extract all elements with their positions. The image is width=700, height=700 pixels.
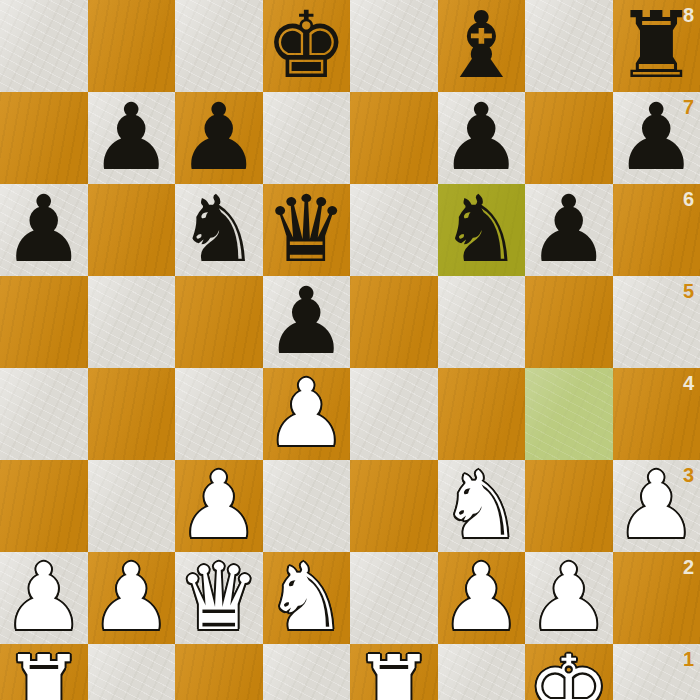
chess-board: ♚♝♜8♟♟♟♟7♟♞♛♞♟6♟5♟4♟♞♟3♟♟♛♞♟♟2♜abcd♜ef♚g… (0, 0, 700, 700)
rank-label-8: 8 (683, 5, 694, 25)
square-c3[interactable]: ♟ (175, 460, 263, 552)
square-e7[interactable] (350, 92, 438, 184)
white-pawn[interactable]: ♟ (528, 552, 610, 644)
square-f8[interactable]: ♝ (438, 0, 526, 92)
square-d2[interactable]: ♞ (263, 552, 351, 644)
square-d6[interactable]: ♛ (263, 184, 351, 276)
square-g3[interactable] (525, 460, 613, 552)
square-g2[interactable]: ♟ (525, 552, 613, 644)
square-e5[interactable] (350, 276, 438, 368)
square-h4[interactable]: 4 (613, 368, 700, 460)
black-pawn[interactable]: ♟ (3, 184, 85, 276)
white-pawn[interactable]: ♟ (3, 552, 85, 644)
square-a8[interactable] (0, 0, 88, 92)
black-pawn[interactable]: ♟ (90, 92, 172, 184)
square-h1[interactable]: h1 (613, 644, 700, 700)
square-e8[interactable] (350, 0, 438, 92)
square-h5[interactable]: 5 (613, 276, 700, 368)
white-rook[interactable]: ♜ (3, 644, 85, 700)
square-g5[interactable] (525, 276, 613, 368)
square-e3[interactable] (350, 460, 438, 552)
square-d8[interactable]: ♚ (263, 0, 351, 92)
square-b8[interactable] (88, 0, 176, 92)
square-h3[interactable]: ♟3 (613, 460, 700, 552)
square-g8[interactable] (525, 0, 613, 92)
square-d5[interactable]: ♟ (263, 276, 351, 368)
black-pawn[interactable]: ♟ (265, 276, 347, 368)
square-b5[interactable] (88, 276, 176, 368)
square-h6[interactable]: 6 (613, 184, 700, 276)
square-g7[interactable] (525, 92, 613, 184)
rank-label-3: 3 (683, 465, 694, 485)
square-a4[interactable] (0, 368, 88, 460)
white-pawn[interactable]: ♟ (90, 552, 172, 644)
black-pawn[interactable]: ♟ (528, 184, 610, 276)
square-c2[interactable]: ♛ (175, 552, 263, 644)
square-a6[interactable]: ♟ (0, 184, 88, 276)
square-d1[interactable]: d (263, 644, 351, 700)
square-b1[interactable]: b (88, 644, 176, 700)
square-g6[interactable]: ♟ (525, 184, 613, 276)
square-h7[interactable]: ♟7 (613, 92, 700, 184)
square-c8[interactable] (175, 0, 263, 92)
square-e2[interactable] (350, 552, 438, 644)
square-g4[interactable] (525, 368, 613, 460)
black-bishop[interactable]: ♝ (440, 0, 522, 92)
square-c5[interactable] (175, 276, 263, 368)
square-e6[interactable] (350, 184, 438, 276)
white-knight[interactable]: ♞ (440, 460, 522, 552)
black-pawn[interactable]: ♟ (178, 92, 260, 184)
square-f4[interactable] (438, 368, 526, 460)
black-knight[interactable]: ♞ (178, 184, 260, 276)
square-f6[interactable]: ♞ (438, 184, 526, 276)
square-d3[interactable] (263, 460, 351, 552)
black-queen[interactable]: ♛ (265, 184, 347, 276)
square-e4[interactable] (350, 368, 438, 460)
rank-label-5: 5 (683, 281, 694, 301)
rank-label-4: 4 (683, 373, 694, 393)
square-f2[interactable]: ♟ (438, 552, 526, 644)
chess-board-panel: ♚♝♜8♟♟♟♟7♟♞♛♞♟6♟5♟4♟♞♟3♟♟♛♞♟♟2♜abcd♜ef♚g… (0, 0, 700, 700)
white-king[interactable]: ♚ (528, 644, 610, 700)
rank-label-2: 2 (683, 557, 694, 577)
square-f7[interactable]: ♟ (438, 92, 526, 184)
square-b4[interactable] (88, 368, 176, 460)
square-b6[interactable] (88, 184, 176, 276)
white-rook[interactable]: ♜ (353, 644, 435, 700)
black-pawn[interactable]: ♟ (440, 92, 522, 184)
square-e1[interactable]: ♜e (350, 644, 438, 700)
black-king[interactable]: ♚ (265, 0, 347, 92)
square-b7[interactable]: ♟ (88, 92, 176, 184)
white-pawn[interactable]: ♟ (265, 368, 347, 460)
square-g1[interactable]: ♚g (525, 644, 613, 700)
square-a1[interactable]: ♜a (0, 644, 88, 700)
square-b3[interactable] (88, 460, 176, 552)
square-h2[interactable]: 2 (613, 552, 700, 644)
white-queen[interactable]: ♛ (178, 552, 260, 644)
square-f3[interactable]: ♞ (438, 460, 526, 552)
rank-label-6: 6 (683, 189, 694, 209)
rank-label-7: 7 (683, 97, 694, 117)
square-f1[interactable]: f (438, 644, 526, 700)
square-c7[interactable]: ♟ (175, 92, 263, 184)
black-knight[interactable]: ♞ (440, 184, 522, 276)
square-f5[interactable] (438, 276, 526, 368)
white-pawn[interactable]: ♟ (440, 552, 522, 644)
square-c1[interactable]: c (175, 644, 263, 700)
white-knight[interactable]: ♞ (265, 552, 347, 644)
square-a3[interactable] (0, 460, 88, 552)
square-a5[interactable] (0, 276, 88, 368)
rank-label-1: 1 (683, 649, 694, 669)
square-c6[interactable]: ♞ (175, 184, 263, 276)
square-d4[interactable]: ♟ (263, 368, 351, 460)
square-b2[interactable]: ♟ (88, 552, 176, 644)
square-a2[interactable]: ♟ (0, 552, 88, 644)
square-d7[interactable] (263, 92, 351, 184)
square-c4[interactable] (175, 368, 263, 460)
white-pawn[interactable]: ♟ (178, 460, 260, 552)
square-h8[interactable]: ♜8 (613, 0, 700, 92)
square-a7[interactable] (0, 92, 88, 184)
